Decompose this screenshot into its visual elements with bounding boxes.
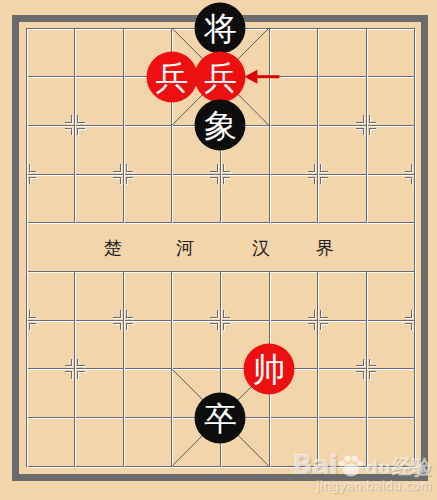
intersection-f9-r5[interactable] xyxy=(391,247,437,296)
intersection-f9-r2[interactable] xyxy=(391,101,437,150)
intersection-f3-r6[interactable] xyxy=(99,296,148,345)
intersection-f1-r0[interactable] xyxy=(2,4,51,53)
intersection-f5-r3[interactable] xyxy=(196,150,245,199)
intersection-f1-r6[interactable] xyxy=(2,296,51,345)
xiangqi-diagram: 楚河汉界 将兵兵象帅卒 Bai du 经验 jingyan.baidu.com xyxy=(0,0,437,500)
piece-red-soldier-b[interactable]: 兵 xyxy=(195,51,246,102)
intersection-f7-r2[interactable] xyxy=(294,101,343,150)
river-label-2: 河 xyxy=(176,236,194,260)
intersection-f2-r6[interactable] xyxy=(51,296,100,345)
intersection-f8-r9[interactable] xyxy=(342,442,391,491)
intersection-f8-r0[interactable] xyxy=(342,4,391,53)
intersection-f9-r7[interactable] xyxy=(391,345,437,394)
intersection-f3-r2[interactable] xyxy=(99,101,148,150)
intersection-f3-r7[interactable] xyxy=(99,345,148,394)
intersection-f8-r3[interactable] xyxy=(342,150,391,199)
intersection-f9-r1[interactable] xyxy=(391,53,437,102)
intersection-f9-r8[interactable] xyxy=(391,394,437,443)
intersection-f7-r8[interactable] xyxy=(294,394,343,443)
intersection-f6-r8[interactable] xyxy=(245,394,294,443)
intersection-f6-r0[interactable] xyxy=(245,4,294,53)
intersection-f5-r5[interactable] xyxy=(196,247,245,296)
intersection-f8-r8[interactable] xyxy=(342,394,391,443)
intersection-f3-r3[interactable] xyxy=(99,150,148,199)
intersection-f2-r2[interactable] xyxy=(51,101,100,150)
intersection-f7-r9[interactable] xyxy=(294,442,343,491)
intersection-f1-r4[interactable] xyxy=(2,199,51,248)
intersection-f7-r0[interactable] xyxy=(294,4,343,53)
intersection-f6-r3[interactable] xyxy=(245,150,294,199)
intersection-f1-r2[interactable] xyxy=(2,101,51,150)
intersection-f1-r3[interactable] xyxy=(2,150,51,199)
intersection-f3-r8[interactable] xyxy=(99,394,148,443)
intersection-f7-r1[interactable] xyxy=(294,53,343,102)
intersection-f7-r3[interactable] xyxy=(294,150,343,199)
intersection-f8-r4[interactable] xyxy=(342,199,391,248)
intersection-f4-r2[interactable] xyxy=(148,101,197,150)
intersection-f9-r0[interactable] xyxy=(391,4,437,53)
intersection-f5-r7[interactable] xyxy=(196,345,245,394)
intersection-f7-r6[interactable] xyxy=(294,296,343,345)
river-label-3: 汉 xyxy=(252,236,270,260)
intersection-f2-r4[interactable] xyxy=(51,199,100,248)
intersection-f4-r7[interactable] xyxy=(148,345,197,394)
intersection-f4-r3[interactable] xyxy=(148,150,197,199)
intersection-f4-r8[interactable] xyxy=(148,394,197,443)
intersection-f9-r4[interactable] xyxy=(391,199,437,248)
intersection-f2-r3[interactable] xyxy=(51,150,100,199)
intersection-f2-r0[interactable] xyxy=(51,4,100,53)
intersection-f6-r6[interactable] xyxy=(245,296,294,345)
piece-black-general[interactable]: 将 xyxy=(195,3,246,54)
piece-red-general[interactable]: 帅 xyxy=(244,343,295,394)
piece-red-soldier-a[interactable]: 兵 xyxy=(146,51,197,102)
intersection-f1-r8[interactable] xyxy=(2,394,51,443)
intersection-f7-r7[interactable] xyxy=(294,345,343,394)
intersection-f4-r0[interactable] xyxy=(148,4,197,53)
intersection-f1-r5[interactable] xyxy=(2,247,51,296)
intersection-f4-r6[interactable] xyxy=(148,296,197,345)
intersection-f8-r7[interactable] xyxy=(342,345,391,394)
river-label-1: 楚 xyxy=(104,236,122,260)
intersection-f3-r0[interactable] xyxy=(99,4,148,53)
intersection-f8-r2[interactable] xyxy=(342,101,391,150)
intersection-f1-r9[interactable] xyxy=(2,442,51,491)
intersection-f4-r9[interactable] xyxy=(148,442,197,491)
intersection-f2-r7[interactable] xyxy=(51,345,100,394)
intersection-f2-r5[interactable] xyxy=(51,247,100,296)
intersection-f5-r4[interactable] xyxy=(196,199,245,248)
intersection-f6-r2[interactable] xyxy=(245,101,294,150)
intersection-f9-r9[interactable] xyxy=(391,442,437,491)
intersection-f8-r6[interactable] xyxy=(342,296,391,345)
intersection-f3-r9[interactable] xyxy=(99,442,148,491)
intersection-f8-r5[interactable] xyxy=(342,247,391,296)
intersection-f1-r1[interactable] xyxy=(2,53,51,102)
piece-black-elephant[interactable]: 象 xyxy=(195,100,246,151)
piece-black-soldier[interactable]: 卒 xyxy=(195,392,246,443)
intersection-f8-r1[interactable] xyxy=(342,53,391,102)
intersection-f2-r9[interactable] xyxy=(51,442,100,491)
intersection-f1-r7[interactable] xyxy=(2,345,51,394)
river-label-4: 界 xyxy=(316,236,334,260)
intersection-f9-r6[interactable] xyxy=(391,296,437,345)
intersection-f2-r8[interactable] xyxy=(51,394,100,443)
intersection-f3-r1[interactable] xyxy=(99,53,148,102)
intersection-f6-r1[interactable] xyxy=(245,53,294,102)
intersection-f5-r9[interactable] xyxy=(196,442,245,491)
intersection-f9-r3[interactable] xyxy=(391,150,437,199)
intersection-f5-r6[interactable] xyxy=(196,296,245,345)
intersection-f6-r9[interactable] xyxy=(245,442,294,491)
intersection-f2-r1[interactable] xyxy=(51,53,100,102)
